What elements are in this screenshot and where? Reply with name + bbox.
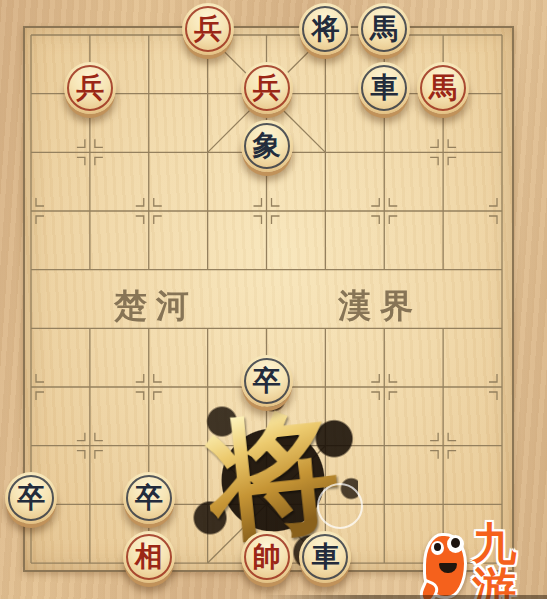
jiuyou-mascot-icon bbox=[423, 533, 467, 599]
piece-ring bbox=[302, 6, 348, 52]
piece-black-soldier[interactable]: 卒 bbox=[123, 472, 175, 524]
bottom-shade bbox=[260, 595, 547, 599]
piece-black-elephant[interactable]: 象 bbox=[241, 120, 293, 172]
piece-red-general[interactable]: 帥 bbox=[241, 531, 293, 583]
piece-ring bbox=[185, 6, 231, 52]
piece-ring bbox=[361, 65, 407, 111]
piece-black-chariot[interactable]: 車 bbox=[299, 531, 351, 583]
piece-red-soldier[interactable]: 兵 bbox=[241, 62, 293, 114]
piece-black-general[interactable]: 将 bbox=[299, 3, 351, 55]
piece-red-horse[interactable]: 馬 bbox=[417, 62, 469, 114]
piece-ring bbox=[244, 65, 290, 111]
piece-ring bbox=[8, 475, 54, 521]
piece-red-soldier[interactable]: 兵 bbox=[182, 3, 234, 55]
mascot-right-eye bbox=[447, 535, 464, 553]
piece-red-soldier[interactable]: 兵 bbox=[64, 62, 116, 114]
piece-ring bbox=[361, 6, 407, 52]
piece-black-soldier[interactable]: 卒 bbox=[241, 355, 293, 407]
piece-black-horse[interactable]: 馬 bbox=[358, 3, 410, 55]
piece-ring bbox=[67, 65, 113, 111]
piece-ring bbox=[420, 65, 466, 111]
jiuyou-logo: 九游 bbox=[423, 522, 547, 599]
board-grid[interactable]: 兵将馬兵兵車馬象卒卒卒相帥車 bbox=[2, 6, 532, 593]
effect-ring bbox=[317, 483, 363, 529]
piece-red-elephant[interactable]: 相 bbox=[123, 531, 175, 583]
piece-black-chariot[interactable]: 車 bbox=[358, 62, 410, 114]
jiuyou-logo-text: 九游 bbox=[472, 522, 547, 599]
piece-ring bbox=[244, 358, 290, 404]
mascot-left-eye bbox=[431, 541, 444, 555]
piece-ring bbox=[126, 475, 172, 521]
piece-ring bbox=[126, 534, 172, 580]
xiangqi-screenshot: 楚河 漢界 兵将馬兵兵車馬象卒卒卒相帥車 将 九游 bbox=[0, 0, 547, 599]
piece-ring bbox=[302, 534, 348, 580]
piece-ring bbox=[244, 123, 290, 169]
mascot-mouth bbox=[439, 563, 457, 573]
piece-black-soldier[interactable]: 卒 bbox=[5, 472, 57, 524]
piece-ring bbox=[244, 534, 290, 580]
